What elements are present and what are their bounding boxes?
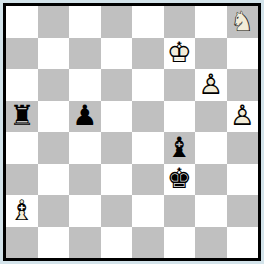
square-c3[interactable] <box>69 164 101 196</box>
square-c7[interactable] <box>69 38 101 70</box>
square-d6[interactable] <box>101 69 133 101</box>
square-d2[interactable] <box>101 195 133 227</box>
white-pawn-icon: ♙ <box>227 101 259 133</box>
black-bishop-icon: ♝ <box>164 132 196 164</box>
square-c4[interactable] <box>69 132 101 164</box>
white-king: ♚♔ <box>164 38 196 70</box>
black-king-icon: ♚ <box>164 164 196 196</box>
black-bishop: ♝ <box>164 132 196 164</box>
square-g3[interactable] <box>195 164 227 196</box>
square-a4[interactable] <box>6 132 38 164</box>
square-e8[interactable] <box>132 6 164 38</box>
square-g5[interactable] <box>195 101 227 133</box>
square-h7[interactable] <box>227 38 259 70</box>
chess-board-frame: ♞♘♚♔♟♙♜♟♟♙♝♚♝♗ <box>3 3 261 261</box>
square-h3[interactable] <box>227 164 259 196</box>
square-f3[interactable]: ♚ <box>164 164 196 196</box>
black-rook-icon: ♜ <box>6 101 38 133</box>
square-e1[interactable] <box>132 227 164 259</box>
square-a3[interactable] <box>6 164 38 196</box>
square-a2[interactable]: ♝♗ <box>6 195 38 227</box>
black-pawn-icon: ♟ <box>69 101 101 133</box>
square-b2[interactable] <box>38 195 70 227</box>
square-h2[interactable] <box>227 195 259 227</box>
square-h6[interactable] <box>227 69 259 101</box>
black-king: ♚ <box>164 164 196 196</box>
black-pawn: ♟ <box>69 101 101 133</box>
square-a6[interactable] <box>6 69 38 101</box>
square-e6[interactable] <box>132 69 164 101</box>
square-f4[interactable]: ♝ <box>164 132 196 164</box>
square-h5[interactable]: ♟♙ <box>227 101 259 133</box>
square-h4[interactable] <box>227 132 259 164</box>
square-g7[interactable] <box>195 38 227 70</box>
square-f8[interactable] <box>164 6 196 38</box>
white-knight-icon: ♘ <box>227 6 259 38</box>
square-c8[interactable] <box>69 6 101 38</box>
square-b1[interactable] <box>38 227 70 259</box>
square-a1[interactable] <box>6 227 38 259</box>
white-pawn-icon: ♙ <box>195 69 227 101</box>
square-b6[interactable] <box>38 69 70 101</box>
square-d3[interactable] <box>101 164 133 196</box>
square-b3[interactable] <box>38 164 70 196</box>
square-f5[interactable] <box>164 101 196 133</box>
black-rook: ♜ <box>6 101 38 133</box>
white-pawn: ♟♙ <box>227 101 259 133</box>
square-e2[interactable] <box>132 195 164 227</box>
square-f2[interactable] <box>164 195 196 227</box>
square-c6[interactable] <box>69 69 101 101</box>
square-g8[interactable] <box>195 6 227 38</box>
square-e7[interactable] <box>132 38 164 70</box>
square-c2[interactable] <box>69 195 101 227</box>
white-pawn: ♟♙ <box>195 69 227 101</box>
square-g4[interactable] <box>195 132 227 164</box>
square-e5[interactable] <box>132 101 164 133</box>
square-a7[interactable] <box>6 38 38 70</box>
square-d4[interactable] <box>101 132 133 164</box>
square-b4[interactable] <box>38 132 70 164</box>
square-c1[interactable] <box>69 227 101 259</box>
square-e3[interactable] <box>132 164 164 196</box>
square-d5[interactable] <box>101 101 133 133</box>
square-b5[interactable] <box>38 101 70 133</box>
square-g1[interactable] <box>195 227 227 259</box>
square-f6[interactable] <box>164 69 196 101</box>
square-c5[interactable]: ♟ <box>69 101 101 133</box>
square-e4[interactable] <box>132 132 164 164</box>
square-g6[interactable]: ♟♙ <box>195 69 227 101</box>
square-d1[interactable] <box>101 227 133 259</box>
white-bishop: ♝♗ <box>6 195 38 227</box>
white-bishop-icon: ♗ <box>6 195 38 227</box>
chess-board: ♞♘♚♔♟♙♜♟♟♙♝♚♝♗ <box>6 6 258 258</box>
square-a5[interactable]: ♜ <box>6 101 38 133</box>
square-h1[interactable] <box>227 227 259 259</box>
square-d8[interactable] <box>101 6 133 38</box>
square-a8[interactable] <box>6 6 38 38</box>
white-king-icon: ♔ <box>164 38 196 70</box>
square-d7[interactable] <box>101 38 133 70</box>
square-b7[interactable] <box>38 38 70 70</box>
white-knight: ♞♘ <box>227 6 259 38</box>
square-f1[interactable] <box>164 227 196 259</box>
square-h8[interactable]: ♞♘ <box>227 6 259 38</box>
square-b8[interactable] <box>38 6 70 38</box>
square-g2[interactable] <box>195 195 227 227</box>
square-f7[interactable]: ♚♔ <box>164 38 196 70</box>
